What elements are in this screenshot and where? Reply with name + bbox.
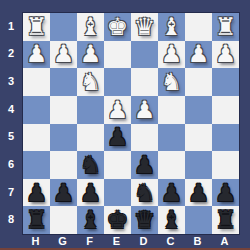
square-a4[interactable] <box>212 96 239 124</box>
rank-label-4: 4 <box>0 95 22 123</box>
square-e2[interactable] <box>104 41 131 69</box>
white-rook-icon: ♜ <box>215 15 237 39</box>
rank-label-1: 1 <box>0 12 22 40</box>
black-queen-icon: ♛ <box>134 208 156 232</box>
black-pawn-icon: ♟ <box>215 181 237 205</box>
square-d5[interactable] <box>131 124 158 152</box>
square-h5[interactable] <box>23 124 50 152</box>
black-pawn-icon: ♟ <box>161 181 183 205</box>
square-h7[interactable]: ♟ <box>23 179 50 207</box>
square-a8[interactable]: ♜ <box>212 206 239 234</box>
square-h2[interactable]: ♟ <box>23 41 50 69</box>
chessboard-frame: 12345678 ♜♝♚♛♝♜♟♟♟♟♟♟♞♞♟♟♟♞♟♟♟♟♞♟♟♟♜♝♚♛♝… <box>0 0 250 250</box>
rank-label-7: 7 <box>0 178 22 206</box>
white-pawn-icon: ♟ <box>161 42 183 66</box>
black-pawn-icon: ♟ <box>107 125 129 149</box>
file-label-f: F <box>76 234 103 248</box>
square-f8[interactable]: ♝ <box>77 206 104 234</box>
square-c2[interactable]: ♟ <box>158 41 185 69</box>
square-g4[interactable] <box>50 96 77 124</box>
square-f6[interactable]: ♞ <box>77 151 104 179</box>
square-a1[interactable]: ♜ <box>212 13 239 41</box>
square-f5[interactable] <box>77 124 104 152</box>
square-h6[interactable] <box>23 151 50 179</box>
square-f7[interactable]: ♟ <box>77 179 104 207</box>
white-knight-icon: ♞ <box>161 70 183 94</box>
black-pawn-icon: ♟ <box>53 181 75 205</box>
file-label-h: H <box>22 234 49 248</box>
black-bishop-icon: ♝ <box>161 208 183 232</box>
white-pawn-icon: ♟ <box>134 98 156 122</box>
square-g6[interactable] <box>50 151 77 179</box>
square-b8[interactable] <box>185 206 212 234</box>
square-f3[interactable]: ♞ <box>77 68 104 96</box>
square-h8[interactable]: ♜ <box>23 206 50 234</box>
square-a3[interactable] <box>212 68 239 96</box>
chess-board: ♜♝♚♛♝♜♟♟♟♟♟♟♞♞♟♟♟♞♟♟♟♟♞♟♟♟♜♝♚♛♝♜ <box>22 12 240 235</box>
square-e5[interactable]: ♟ <box>104 124 131 152</box>
square-a6[interactable] <box>212 151 239 179</box>
square-d7[interactable]: ♞ <box>131 179 158 207</box>
square-a7[interactable]: ♟ <box>212 179 239 207</box>
square-a5[interactable] <box>212 124 239 152</box>
square-d8[interactable]: ♛ <box>131 206 158 234</box>
black-pawn-icon: ♟ <box>80 181 102 205</box>
rank-label-6: 6 <box>0 150 22 178</box>
square-d2[interactable] <box>131 41 158 69</box>
file-label-e: E <box>103 234 130 248</box>
file-label-c: C <box>157 234 184 248</box>
square-d1[interactable]: ♛ <box>131 13 158 41</box>
square-g1[interactable] <box>50 13 77 41</box>
square-b1[interactable] <box>185 13 212 41</box>
rank-label-5: 5 <box>0 123 22 151</box>
rank-label-2: 2 <box>0 40 22 68</box>
white-pawn-icon: ♟ <box>215 42 237 66</box>
rank-label-8: 8 <box>0 205 22 233</box>
square-e7[interactable] <box>104 179 131 207</box>
file-label-d: D <box>130 234 157 248</box>
square-c5[interactable] <box>158 124 185 152</box>
square-g3[interactable] <box>50 68 77 96</box>
black-pawn-icon: ♟ <box>134 153 156 177</box>
black-pawn-icon: ♟ <box>188 181 210 205</box>
rank-labels: 12345678 <box>0 12 22 233</box>
square-e3[interactable] <box>104 68 131 96</box>
white-knight-icon: ♞ <box>80 70 102 94</box>
square-g7[interactable]: ♟ <box>50 179 77 207</box>
black-knight-icon: ♞ <box>80 153 102 177</box>
black-king-icon: ♚ <box>107 208 129 232</box>
black-knight-icon: ♞ <box>134 181 156 205</box>
square-d4[interactable]: ♟ <box>131 96 158 124</box>
white-pawn-icon: ♟ <box>80 42 102 66</box>
square-e8[interactable]: ♚ <box>104 206 131 234</box>
square-b3[interactable] <box>185 68 212 96</box>
square-c1[interactable]: ♝ <box>158 13 185 41</box>
white-pawn-icon: ♟ <box>53 42 75 66</box>
square-e6[interactable] <box>104 151 131 179</box>
black-rook-icon: ♜ <box>215 208 237 232</box>
white-bishop-icon: ♝ <box>80 15 102 39</box>
square-c7[interactable]: ♟ <box>158 179 185 207</box>
file-labels: HGFEDCBA <box>22 234 238 248</box>
square-g8[interactable] <box>50 206 77 234</box>
square-b2[interactable]: ♟ <box>185 41 212 69</box>
square-g5[interactable] <box>50 124 77 152</box>
square-a2[interactable]: ♟ <box>212 41 239 69</box>
square-d3[interactable] <box>131 68 158 96</box>
square-b7[interactable]: ♟ <box>185 179 212 207</box>
black-rook-icon: ♜ <box>26 208 48 232</box>
white-pawn-icon: ♟ <box>188 42 210 66</box>
white-pawn-icon: ♟ <box>26 42 48 66</box>
square-f4[interactable] <box>77 96 104 124</box>
white-king-icon: ♚ <box>107 15 129 39</box>
square-h3[interactable] <box>23 68 50 96</box>
black-pawn-icon: ♟ <box>26 181 48 205</box>
square-c4[interactable] <box>158 96 185 124</box>
square-e4[interactable]: ♟ <box>104 96 131 124</box>
white-bishop-icon: ♝ <box>161 15 183 39</box>
square-h4[interactable] <box>23 96 50 124</box>
file-label-a: A <box>211 234 238 248</box>
square-f1[interactable]: ♝ <box>77 13 104 41</box>
white-pawn-icon: ♟ <box>107 98 129 122</box>
square-d6[interactable]: ♟ <box>131 151 158 179</box>
square-b5[interactable] <box>185 124 212 152</box>
white-rook-icon: ♜ <box>26 15 48 39</box>
file-label-g: G <box>49 234 76 248</box>
square-h1[interactable]: ♜ <box>23 13 50 41</box>
square-b4[interactable] <box>185 96 212 124</box>
square-g2[interactable]: ♟ <box>50 41 77 69</box>
file-label-b: B <box>184 234 211 248</box>
square-c8[interactable]: ♝ <box>158 206 185 234</box>
square-f2[interactable]: ♟ <box>77 41 104 69</box>
square-b6[interactable] <box>185 151 212 179</box>
white-queen-icon: ♛ <box>134 15 156 39</box>
black-bishop-icon: ♝ <box>80 208 102 232</box>
square-c3[interactable]: ♞ <box>158 68 185 96</box>
square-e1[interactable]: ♚ <box>104 13 131 41</box>
square-c6[interactable] <box>158 151 185 179</box>
rank-label-3: 3 <box>0 67 22 95</box>
